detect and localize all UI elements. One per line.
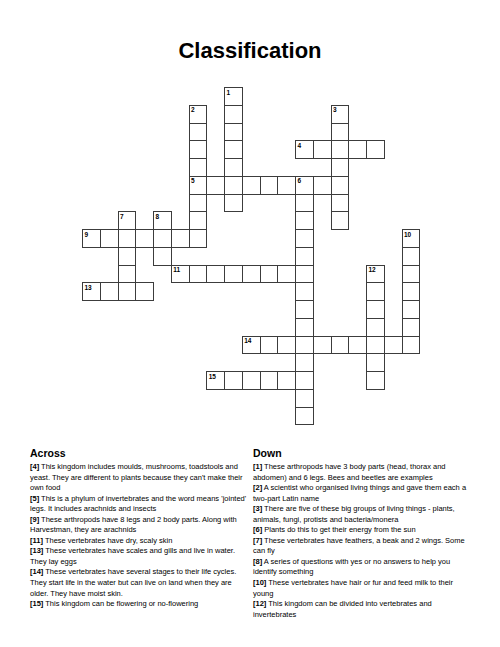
clue-label: [15] [30, 599, 43, 608]
clue-down-2: [2] A scientist who organised living thi… [253, 483, 473, 504]
cell-r10c11[interactable] [277, 265, 296, 284]
cell-r5c11[interactable] [277, 176, 296, 195]
clue-number-6: 6 [298, 177, 302, 184]
cell-r6c14[interactable] [331, 194, 350, 213]
cell-r14c15[interactable] [348, 336, 367, 355]
cell-r8c1[interactable] [100, 229, 119, 248]
cell-r2c6[interactable] [189, 123, 208, 142]
cell-r5c13[interactable] [313, 176, 332, 195]
cell-r10c12[interactable] [295, 265, 314, 284]
cell-r16c11[interactable] [277, 371, 296, 390]
clue-across-15: [15] This kingdom can be flowering or no… [30, 599, 250, 610]
cell-r5c14[interactable] [331, 176, 350, 195]
clue-number-4: 4 [298, 142, 302, 149]
clue-across-13: [13] These vertebrates have scales and g… [30, 546, 250, 567]
crossword-grid: 123456789101112131415 [82, 87, 420, 425]
cell-r3c16[interactable] [366, 140, 385, 159]
clue-number-8: 8 [156, 213, 160, 220]
cell-r16c9[interactable] [242, 371, 261, 390]
cell-r11c2[interactable] [118, 282, 137, 301]
cell-r14c13[interactable] [313, 336, 332, 355]
clue-across-9: [9] These arthropods have 8 legs and 2 b… [30, 515, 250, 536]
across-clues-section: Across [4] This kingdom includes moulds,… [30, 447, 250, 610]
cell-r3c15[interactable] [348, 140, 367, 159]
across-clues-list: [4] This kingdom includes moulds, mushro… [30, 462, 250, 610]
clue-down-6: [6] Plants do this to get their energy f… [253, 525, 473, 536]
clue-number-7: 7 [120, 213, 124, 220]
cell-r8c4[interactable] [153, 229, 172, 248]
clue-number-1: 1 [227, 89, 231, 96]
cell-r7c14[interactable] [331, 211, 350, 230]
clue-label: [3] [253, 504, 262, 513]
cell-r14c12[interactable] [295, 336, 314, 355]
clue-down-7: [7] These vertebrates have feathers, a b… [253, 536, 473, 557]
cell-r2c8[interactable] [224, 123, 243, 142]
cell-r2c14[interactable] [331, 123, 350, 142]
cell-r10c9[interactable] [242, 265, 261, 284]
cell-r7c6[interactable] [189, 211, 208, 230]
cell-r1c14[interactable]: 3 [331, 105, 350, 124]
puzzle-title: Classification [0, 38, 500, 64]
cell-r8c12[interactable] [295, 229, 314, 248]
across-heading: Across [30, 447, 250, 459]
clue-label: [7] [253, 536, 262, 545]
cell-r14c9[interactable]: 14 [242, 336, 261, 355]
clue-label: [10] [253, 578, 266, 587]
cell-r10c2[interactable] [118, 265, 137, 284]
down-clues-section: Down [1] These arthropods have 3 body pa… [253, 447, 473, 620]
clue-number-15: 15 [209, 373, 216, 380]
cell-r3c6[interactable] [189, 140, 208, 159]
cell-r10c7[interactable] [206, 265, 225, 284]
cell-r6c6[interactable] [189, 194, 208, 213]
cell-r14c14[interactable] [331, 336, 350, 355]
clue-across-5: [5] This is a phylum of invertebrates an… [30, 494, 250, 515]
clue-label: [8] [253, 557, 262, 566]
cell-r9c4[interactable] [153, 247, 172, 266]
cell-r16c16[interactable] [366, 371, 385, 390]
cell-r11c18[interactable] [402, 282, 421, 301]
clue-number-3: 3 [333, 106, 337, 113]
cell-r8c18[interactable]: 10 [402, 229, 421, 248]
cell-r5c7[interactable] [206, 176, 225, 195]
cell-r8c3[interactable] [135, 229, 154, 248]
clue-number-14: 14 [244, 337, 251, 344]
clue-label: [5] [30, 494, 39, 503]
cell-r1c8[interactable] [224, 105, 243, 124]
clue-label: [12] [253, 599, 266, 608]
cell-r11c0[interactable]: 13 [82, 282, 101, 301]
clue-label: [2] [253, 483, 262, 492]
cell-r11c16[interactable] [366, 282, 385, 301]
cell-r6c8[interactable] [224, 194, 243, 213]
cell-r16c12[interactable] [295, 371, 314, 390]
clue-across-11: [11] These vertebrates have dry, scaly s… [30, 536, 250, 547]
clue-label: [13] [30, 546, 43, 555]
cell-r14c17[interactable] [384, 336, 403, 355]
clue-number-13: 13 [85, 284, 92, 291]
cell-r15c16[interactable] [366, 353, 385, 372]
cell-r14c11[interactable] [277, 336, 296, 355]
clue-number-11: 11 [173, 266, 180, 273]
cell-r13c16[interactable] [366, 318, 385, 337]
cell-r7c12[interactable] [295, 211, 314, 230]
cell-r15c12[interactable] [295, 353, 314, 372]
clue-number-2: 2 [191, 106, 195, 113]
cell-r14c18[interactable] [402, 336, 421, 355]
clue-number-9: 9 [85, 231, 89, 238]
clue-label: [11] [30, 536, 43, 545]
cell-r13c18[interactable] [402, 318, 421, 337]
cell-r11c1[interactable] [100, 282, 119, 301]
cell-r12c18[interactable] [402, 300, 421, 319]
cell-r16c10[interactable] [260, 371, 279, 390]
cell-r8c2[interactable] [118, 229, 137, 248]
cell-r4c6[interactable] [189, 158, 208, 177]
cell-r8c5[interactable] [171, 229, 190, 248]
clue-down-12: [12] This kingdom can be divided into ve… [253, 599, 473, 620]
down-heading: Down [253, 447, 473, 459]
cell-r8c6[interactable] [189, 229, 208, 248]
cell-r3c12[interactable]: 4 [295, 140, 314, 159]
cell-r3c8[interactable] [224, 140, 243, 159]
cell-r10c16[interactable]: 12 [366, 265, 385, 284]
clue-across-4: [4] This kingdom includes moulds, mushro… [30, 462, 250, 494]
clue-down-10: [10] These vertebrates have hair or fur … [253, 578, 473, 599]
clue-down-1: [1] These arthropods have 3 body parts (… [253, 462, 473, 483]
cell-r1c6[interactable]: 2 [189, 105, 208, 124]
cell-r18c12[interactable] [295, 407, 314, 426]
cell-r11c12[interactable] [295, 282, 314, 301]
cell-r16c8[interactable] [224, 371, 243, 390]
cell-r10c5[interactable]: 11 [171, 265, 190, 284]
cell-r8c0[interactable]: 9 [82, 229, 101, 248]
cell-r5c10[interactable] [260, 176, 279, 195]
clue-label: [9] [30, 515, 39, 524]
clue-down-8: [8] A series of questions with yes or no… [253, 557, 473, 578]
cell-r3c13[interactable] [313, 140, 332, 159]
clue-label: [1] [253, 462, 262, 471]
cell-r9c2[interactable] [118, 247, 137, 266]
cell-r10c6[interactable] [189, 265, 208, 284]
cell-r10c10[interactable] [260, 265, 279, 284]
cell-r10c8[interactable] [224, 265, 243, 284]
cell-r5c6[interactable]: 5 [189, 176, 208, 195]
cell-r7c2[interactable]: 7 [118, 211, 137, 230]
cell-r3c14[interactable] [331, 140, 350, 159]
cell-r4c14[interactable] [331, 158, 350, 177]
clue-label: [6] [253, 525, 262, 534]
cell-r13c12[interactable] [295, 318, 314, 337]
cell-r4c8[interactable] [224, 158, 243, 177]
clue-label: [4] [30, 462, 39, 471]
clue-number-10: 10 [404, 231, 411, 238]
cell-r11c3[interactable] [135, 282, 154, 301]
cell-r5c8[interactable] [224, 176, 243, 195]
cell-r5c9[interactable] [242, 176, 261, 195]
cell-r17c12[interactable] [295, 389, 314, 408]
clue-down-3: [3] There are five of these big groups o… [253, 504, 473, 525]
clue-label: [14] [30, 567, 43, 576]
cell-r5c12[interactable]: 6 [295, 176, 314, 195]
cell-r0c8[interactable]: 1 [224, 87, 243, 106]
cell-r14c10[interactable] [260, 336, 279, 355]
cell-r12c12[interactable] [295, 300, 314, 319]
cell-r10c18[interactable] [402, 265, 421, 284]
cell-r6c12[interactable] [295, 194, 314, 213]
clue-number-12: 12 [369, 266, 376, 273]
down-clues-list: [1] These arthropods have 3 body parts (… [253, 462, 473, 620]
clue-number-5: 5 [191, 177, 195, 184]
cell-r9c18[interactable] [402, 247, 421, 266]
clue-across-14: [14] These vertebrates have several stag… [30, 567, 250, 599]
cell-r9c12[interactable] [295, 247, 314, 266]
cell-r12c16[interactable] [366, 300, 385, 319]
cell-r14c16[interactable] [366, 336, 385, 355]
cell-r16c7[interactable]: 15 [206, 371, 225, 390]
cell-r7c4[interactable]: 8 [153, 211, 172, 230]
